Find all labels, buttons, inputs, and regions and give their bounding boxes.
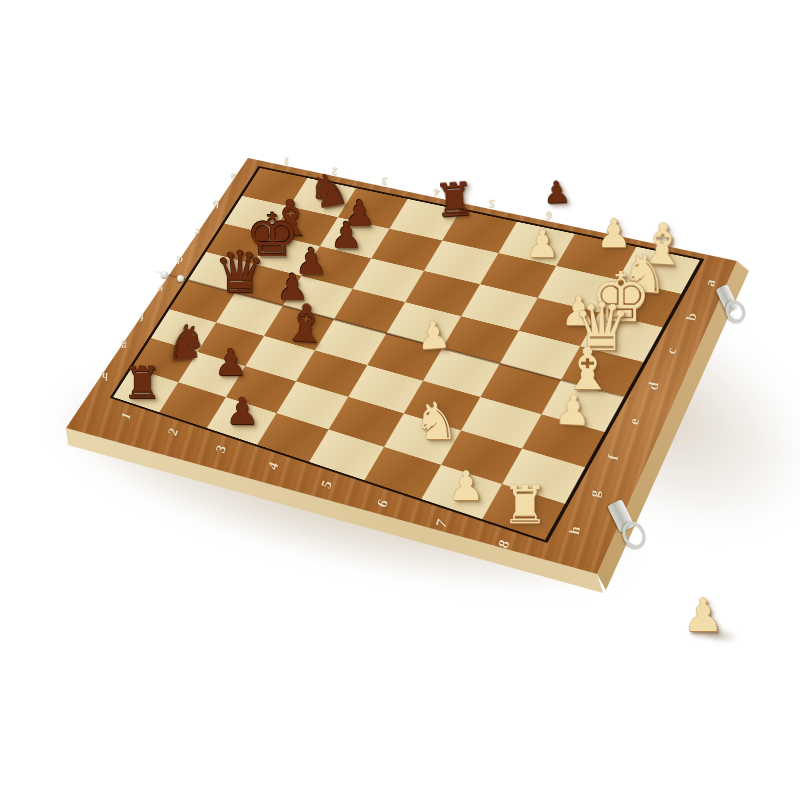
chess-set-photo: 1234567812345678abcdefghabcdefgh ♜♞♟♝♟♚♟…: [0, 0, 800, 800]
light-knight-glyph: ♞: [413, 397, 459, 446]
light-rook-glyph: ♜: [502, 481, 549, 531]
light-pawn-glyph: ♟: [525, 226, 559, 262]
dark-rook-glyph: ♜: [433, 177, 477, 223]
dark-bishop-glyph: ♝: [281, 298, 331, 350]
dark-rook-glyph: ♜: [122, 362, 162, 404]
dark-pawn-glyph: ♟: [214, 345, 247, 380]
hinge-screw-icon: [177, 275, 184, 282]
piece-light-pawn-f8: ♟: [553, 390, 592, 431]
light-pawn-glyph: ♟: [415, 316, 452, 355]
dark-queen-glyph: ♛: [214, 245, 266, 300]
piece-dark-queen-d2: ♛: [214, 245, 266, 300]
piece-light-pawn-offboard-1: ♟: [682, 594, 723, 638]
hinge-screw-icon: [161, 271, 168, 278]
piece-dark-rook-h1: ♜: [122, 362, 162, 404]
piece-dark-knight-g2: ♞: [163, 319, 209, 367]
light-pawn-glyph: ♟: [448, 467, 485, 506]
piece-light-pawn-d5: ♟: [415, 316, 452, 355]
label-left-b: b: [212, 199, 219, 210]
label-left-a: a: [230, 171, 236, 182]
label-top-3: 3: [381, 176, 388, 188]
piece-dark-pawn-b3: ♟: [330, 219, 362, 253]
piece-light-pawn-a6: ♟: [525, 226, 559, 262]
piece-dark-rook-a4: ♜: [433, 177, 477, 223]
label-top-1: 1: [283, 156, 289, 167]
label-left-d: d: [176, 255, 183, 266]
label-left-c: c: [194, 227, 200, 238]
dark-knight-glyph: ♞: [163, 319, 209, 367]
light-pawn-glyph: ♟: [682, 594, 723, 638]
light-pawn-glyph: ♟: [553, 390, 592, 431]
piece-dark-bishop-e3: ♝: [281, 298, 331, 350]
label-top-5: 5: [488, 198, 495, 210]
piece-light-pawn-h7: ♟: [448, 467, 485, 506]
piece-dark-pawn-g3: ♟: [214, 345, 247, 380]
piece-dark-pawn-offboard-0: ♟: [543, 178, 571, 208]
piece-light-knight-g6: ♞: [413, 397, 459, 446]
dark-pawn-glyph: ♟: [330, 219, 362, 253]
dark-pawn-glyph: ♟: [225, 394, 258, 429]
piece-dark-pawn-h3: ♟: [225, 394, 258, 429]
piece-light-rook-h8: ♜: [502, 481, 549, 531]
dark-pawn-glyph: ♟: [543, 178, 571, 208]
